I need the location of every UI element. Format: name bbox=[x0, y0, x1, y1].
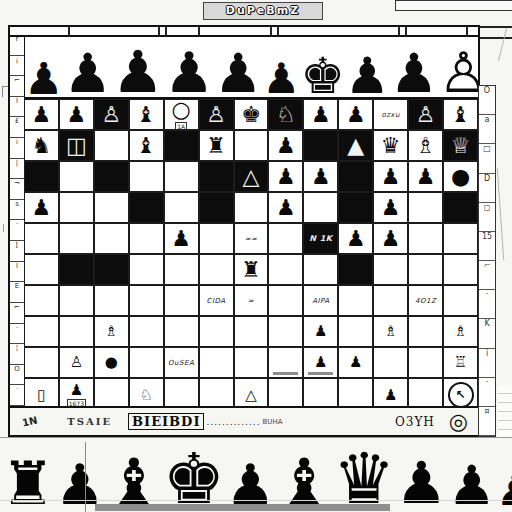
board-cell bbox=[129, 347, 164, 378]
piece-p: ♟ bbox=[346, 228, 366, 250]
board-cell bbox=[24, 223, 59, 254]
piece-t: ▲ bbox=[347, 135, 364, 157]
board-cell bbox=[199, 347, 234, 378]
strip-cell: s bbox=[10, 200, 24, 221]
board-cell bbox=[268, 347, 303, 378]
board-cell bbox=[408, 316, 443, 347]
board-cell: ♟ bbox=[268, 161, 303, 192]
board-cell: ♟ bbox=[373, 223, 408, 254]
board-cell bbox=[338, 285, 373, 316]
piece-P: ♙ bbox=[206, 104, 226, 126]
board-cell bbox=[24, 347, 59, 378]
board-cell bbox=[373, 347, 408, 378]
top-row-piece: ♟ bbox=[63, 51, 111, 97]
left-coordinate-strip: r¡⌐l£i|¬s·[lE⌐·¦O· bbox=[10, 35, 25, 406]
piece-p: ♟ bbox=[311, 166, 331, 188]
rail-tick bbox=[398, 27, 400, 35]
top-row-piece: ♟ bbox=[263, 61, 301, 97]
piece-p: ♟ bbox=[314, 355, 327, 370]
strip-cell: | bbox=[10, 159, 24, 180]
board-cell: ♝ bbox=[129, 99, 164, 130]
board-cell bbox=[373, 285, 408, 316]
board-cell: ♞ bbox=[24, 130, 59, 161]
board-top-rail bbox=[10, 27, 478, 37]
piece-p: ♟ bbox=[67, 104, 87, 126]
strip-cell: O bbox=[10, 365, 24, 386]
piece-B: ♗ bbox=[384, 324, 397, 339]
piece-P: ♙ bbox=[101, 104, 121, 126]
piece-p: ♟ bbox=[171, 228, 191, 250]
rail-tick bbox=[165, 27, 167, 35]
piece-p: ♟ bbox=[32, 197, 52, 219]
piece-N: ♘ bbox=[276, 104, 296, 126]
rail-tick bbox=[158, 27, 160, 35]
board-cell bbox=[164, 192, 199, 223]
board-cell bbox=[443, 223, 478, 254]
board-cell bbox=[443, 285, 478, 316]
board-cell: 4O1Z bbox=[408, 285, 443, 316]
piece-b: ♝ bbox=[136, 104, 156, 126]
top-row-piece: ♟ bbox=[390, 51, 438, 97]
chess-board: r¡⌐l£i|¬s·[lE⌐·¦O· ♟♟♟♟♟♟♚♟♟♙♝♗♘ ♟♟♙♝○1A… bbox=[8, 25, 480, 437]
piece-p: ♟ bbox=[70, 383, 83, 398]
bottom-piece-row: ♜♟♝♚♟♝♛♟♟♟♟♝♟♝♟♟ bbox=[0, 438, 512, 508]
caption-label-main: BIEIBDI bbox=[128, 413, 204, 430]
top-row-piece: ♟ bbox=[112, 48, 164, 97]
board-cell: ♟ bbox=[164, 223, 199, 254]
piece-b: ♝ bbox=[451, 104, 471, 126]
board-cell bbox=[59, 161, 94, 192]
bottom-row-piece: ♟ bbox=[447, 464, 495, 508]
board-cell: ♜ bbox=[234, 254, 269, 285]
strip-cell: ¤ bbox=[479, 407, 495, 436]
baseline bbox=[0, 500, 512, 501]
piece-p: ♟ bbox=[381, 197, 401, 219]
piece-p: ♟ bbox=[276, 166, 296, 188]
strip-cell: i bbox=[10, 138, 24, 159]
board-cell bbox=[303, 254, 338, 285]
board-cell bbox=[443, 254, 478, 285]
board-cell: ♛ bbox=[373, 130, 408, 161]
piece-T: △ bbox=[243, 166, 260, 188]
strip-cell: · bbox=[10, 324, 24, 345]
top-row-piece: ♟ bbox=[214, 51, 262, 97]
board-cell bbox=[338, 254, 373, 285]
double-circle-icon: ◎ bbox=[449, 411, 468, 433]
strip-cell: K bbox=[479, 319, 495, 348]
board-cell: OuSEA bbox=[164, 347, 199, 378]
caption-dots: .............. bbox=[206, 417, 260, 427]
top-right-box bbox=[395, 0, 512, 11]
board-cell: ♟ bbox=[268, 192, 303, 223]
margin-sketch bbox=[3, 224, 8, 232]
piece-p: ♟ bbox=[314, 324, 327, 339]
board-cell bbox=[94, 285, 129, 316]
board-cell bbox=[129, 161, 164, 192]
board-cell bbox=[24, 285, 59, 316]
board-cell: ≈≈ bbox=[234, 223, 269, 254]
board-cell: ♟ bbox=[373, 192, 408, 223]
strip-cell: ⌐ bbox=[10, 303, 24, 324]
piece-B: ♗ bbox=[416, 135, 436, 157]
bottom-gray-bar bbox=[95, 504, 390, 511]
piece-p: ♟ bbox=[349, 355, 362, 370]
board-cell: △ bbox=[234, 161, 269, 192]
board-cell: ♟ bbox=[303, 347, 338, 378]
board-cell: ♙ bbox=[59, 347, 94, 378]
board-cell: ♟ bbox=[338, 347, 373, 378]
board-cell: N 1K bbox=[303, 223, 338, 254]
strip-cell: £ bbox=[10, 117, 24, 138]
board-cell bbox=[129, 285, 164, 316]
bottom-sketch-line bbox=[85, 442, 86, 512]
board-cell: ♟ bbox=[268, 130, 303, 161]
cell-scribble: AIPA bbox=[312, 297, 329, 305]
board-cell bbox=[234, 316, 269, 347]
board-cell: ozxu bbox=[373, 99, 408, 130]
board-cell: ♟ bbox=[59, 99, 94, 130]
board-cell bbox=[24, 254, 59, 285]
piece-p: ♟ bbox=[384, 388, 397, 403]
board-cell bbox=[94, 254, 129, 285]
piece-p: ♟ bbox=[381, 228, 401, 250]
right-coordinate-strip: Oa□D◻15⌐·Ki·¤ bbox=[478, 85, 496, 437]
board-cell: ♝ bbox=[129, 130, 164, 161]
board-cell: ♟ bbox=[373, 161, 408, 192]
board-cell: ○1A bbox=[164, 99, 199, 130]
board-cell bbox=[338, 316, 373, 347]
board-cell bbox=[408, 254, 443, 285]
strip-cell: 15 bbox=[479, 232, 495, 261]
piece-p: ♟ bbox=[381, 166, 401, 188]
cell-scribble: ozxu bbox=[381, 111, 400, 119]
board-cell: ● bbox=[94, 347, 129, 378]
piece-o: ● bbox=[105, 355, 118, 370]
board-cell bbox=[59, 316, 94, 347]
title-scribble: DuPeBmZ bbox=[203, 2, 323, 20]
cell-scribble: ≈ bbox=[248, 297, 254, 305]
strip-cell: · bbox=[10, 220, 24, 241]
board-cell bbox=[94, 192, 129, 223]
piece-R: ♖ bbox=[454, 355, 467, 370]
caption-label-right: O3YH bbox=[395, 415, 435, 429]
board-cell: ♗ bbox=[408, 130, 443, 161]
piece-P: ♙ bbox=[70, 355, 83, 370]
piece-p: ♟ bbox=[311, 104, 331, 126]
top-row-piece: ♚ bbox=[300, 55, 345, 98]
board-cell: ♟ bbox=[303, 99, 338, 130]
strip-cell: l bbox=[10, 97, 24, 118]
board-cell bbox=[199, 192, 234, 223]
board-cell: AIPA bbox=[303, 285, 338, 316]
board-cell bbox=[234, 347, 269, 378]
board-cell bbox=[199, 161, 234, 192]
piece-q: ♛ bbox=[381, 135, 401, 157]
piece-p: ♟ bbox=[416, 166, 436, 188]
board-cell: ▲ bbox=[338, 130, 373, 161]
board-cell: ● bbox=[443, 161, 478, 192]
piece-r: ♜ bbox=[241, 259, 261, 281]
board-cell bbox=[338, 192, 373, 223]
board-cell bbox=[199, 316, 234, 347]
rail-tick bbox=[277, 27, 279, 35]
top-row-piece: ♙ bbox=[438, 49, 478, 97]
strip-cell: □ bbox=[479, 144, 495, 173]
rail-tick bbox=[198, 27, 200, 35]
strip-cell: ¦ bbox=[10, 344, 24, 365]
board-cell bbox=[303, 192, 338, 223]
board-cell bbox=[164, 285, 199, 316]
caption-bar: 1N TSAIE BIEIBDI .............. BUHA O3Y… bbox=[10, 406, 478, 435]
clock-icon: ↖ bbox=[448, 382, 474, 408]
board-cell: ♙ bbox=[94, 99, 129, 130]
piece-b: ♝ bbox=[136, 135, 156, 157]
strip-cell: ⌐ bbox=[479, 261, 495, 290]
piece-m: ▯ bbox=[37, 388, 45, 403]
top-row-piece: ♟ bbox=[164, 49, 214, 97]
piece-p: ♟ bbox=[346, 104, 366, 126]
piece-r: ♜ bbox=[206, 135, 226, 157]
board-cell bbox=[129, 316, 164, 347]
board-cell: ♚ bbox=[234, 99, 269, 130]
strip-cell: l bbox=[10, 262, 24, 283]
caption-label-left: TSAIE bbox=[67, 416, 112, 427]
board-cell bbox=[268, 285, 303, 316]
board-cell bbox=[129, 223, 164, 254]
board-cell bbox=[94, 130, 129, 161]
board-cell bbox=[199, 254, 234, 285]
piece-p: ♟ bbox=[276, 135, 296, 157]
board-cell bbox=[268, 223, 303, 254]
board-cell: ≈ bbox=[234, 285, 269, 316]
board-cell: ♕ bbox=[443, 130, 478, 161]
board-cell: ♟ bbox=[408, 161, 443, 192]
board-cell: ♟ bbox=[338, 223, 373, 254]
caption-label-small: BUHA bbox=[263, 418, 283, 426]
board-cell: ♗ bbox=[373, 316, 408, 347]
board-cell bbox=[24, 316, 59, 347]
strip-cell: r bbox=[10, 35, 24, 56]
piece-d: ◫ bbox=[66, 135, 87, 157]
piece-T: △ bbox=[245, 388, 257, 403]
board-cell: ♟ bbox=[338, 99, 373, 130]
strip-cell: E bbox=[10, 282, 24, 303]
board-grid: ♟♟♙♝○1A♙♚♘♟♟ozxu♙♝♞◫♝♜♟▲♛♗♕△♟♟♟♟●♟♟♟♟≈≈N… bbox=[24, 99, 478, 412]
board-cell: ♖ bbox=[443, 347, 478, 378]
rail-tick bbox=[270, 27, 272, 35]
board-cell: ♟ bbox=[303, 161, 338, 192]
board-cell bbox=[164, 316, 199, 347]
board-cell bbox=[59, 254, 94, 285]
board-cell bbox=[94, 161, 129, 192]
board-cell bbox=[303, 130, 338, 161]
rail-tick bbox=[405, 27, 407, 35]
board-cell: ♜ bbox=[199, 130, 234, 161]
board-cell bbox=[164, 161, 199, 192]
board-cell bbox=[443, 192, 478, 223]
margin-grid-sketch bbox=[498, 385, 512, 437]
piece-B: ♗ bbox=[454, 324, 467, 339]
margin-sketch bbox=[497, 168, 508, 260]
board-cell bbox=[164, 254, 199, 285]
top-row-piece: ♟ bbox=[345, 55, 390, 98]
board-cell bbox=[408, 223, 443, 254]
board-cell bbox=[164, 130, 199, 161]
bottom-row-piece: ♟ bbox=[225, 462, 275, 508]
piece-Q: ♕ bbox=[451, 135, 471, 157]
board-cell bbox=[373, 254, 408, 285]
cell-scribble: CIDA bbox=[207, 297, 226, 305]
board-cell: ♙ bbox=[408, 99, 443, 130]
board-cell: ♙ bbox=[199, 99, 234, 130]
board-cell bbox=[24, 161, 59, 192]
strip-cell: ⌐ bbox=[10, 76, 24, 97]
board-cell bbox=[129, 254, 164, 285]
strip-cell: i bbox=[479, 349, 495, 378]
board-cell bbox=[59, 285, 94, 316]
strip-cell: ¬ bbox=[10, 179, 24, 200]
board-cell: ♟ bbox=[303, 316, 338, 347]
cell-scribble: OuSEA bbox=[168, 359, 194, 367]
board-cell: CIDA bbox=[199, 285, 234, 316]
piece-n: ♞ bbox=[32, 135, 52, 157]
strip-cell: O bbox=[479, 86, 495, 115]
board-cell bbox=[94, 223, 129, 254]
piece-k: ♚ bbox=[241, 104, 261, 126]
strip-cell: a bbox=[479, 115, 495, 144]
board-cell bbox=[234, 192, 269, 223]
strip-cell: · bbox=[479, 290, 495, 319]
board-cell: ♝ bbox=[443, 99, 478, 130]
board-cell: ♟ bbox=[24, 99, 59, 130]
board-cell bbox=[408, 192, 443, 223]
cell-scribble: N 1K bbox=[309, 234, 332, 243]
piece-O: ○ bbox=[172, 99, 191, 121]
cell-scribble: 4O1Z bbox=[415, 297, 436, 305]
board-cell bbox=[408, 347, 443, 378]
board-cell: ◫ bbox=[59, 130, 94, 161]
board-cell bbox=[268, 254, 303, 285]
margin-sketch bbox=[2, 86, 8, 97]
strip-cell: [ bbox=[10, 241, 24, 262]
strip-cell: · bbox=[10, 385, 24, 406]
board-cell: ♗ bbox=[94, 316, 129, 347]
piece-B: ♗ bbox=[105, 324, 118, 339]
strip-cell: D bbox=[479, 174, 495, 203]
strip-cell: ◻ bbox=[479, 203, 495, 232]
piece-p: ♟ bbox=[32, 104, 52, 126]
board-cell: ♗ bbox=[443, 316, 478, 347]
board-cell bbox=[268, 316, 303, 347]
bottom-row-piece: ♟ bbox=[496, 474, 512, 508]
piece-p: ♟ bbox=[276, 197, 296, 219]
piece-o: ● bbox=[451, 166, 470, 188]
board-cell: ♟ bbox=[24, 192, 59, 223]
top-row-piece: ♟ bbox=[24, 60, 63, 97]
piece-N: ♘ bbox=[140, 388, 153, 403]
cell-sub-label: 1A bbox=[175, 122, 187, 131]
caption-mark: 1N bbox=[21, 415, 38, 429]
board-cell: ♘ bbox=[268, 99, 303, 130]
board-cell bbox=[59, 192, 94, 223]
top-piece-row: ♟♟♟♟♟♟♚♟♟♙♝♗♘ bbox=[24, 37, 478, 99]
bottom-row-piece: ♟ bbox=[55, 462, 105, 508]
rail-tick bbox=[466, 27, 468, 35]
board-cell bbox=[199, 223, 234, 254]
board-cell bbox=[338, 161, 373, 192]
board-cell bbox=[129, 192, 164, 223]
strip-cell: · bbox=[479, 378, 495, 407]
board-cell bbox=[234, 130, 269, 161]
board-cell bbox=[59, 223, 94, 254]
piece-P: ♙ bbox=[416, 104, 436, 126]
strip-cell: ¡ bbox=[10, 56, 24, 77]
cell-scribble: ≈≈ bbox=[245, 235, 258, 243]
rail-tick bbox=[68, 27, 70, 35]
